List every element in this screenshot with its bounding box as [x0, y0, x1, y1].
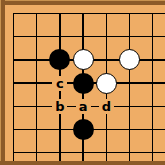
point-label-d: d [99, 99, 114, 114]
white-stone [73, 49, 94, 70]
point-label-b: b [52, 99, 67, 114]
board-frame-left [0, 0, 5, 165]
board-frame-bottom [0, 161, 165, 165]
grid-line-horizontal [13, 36, 165, 38]
board-frame-top [0, 0, 165, 5]
go-diagram: cbad [0, 0, 165, 165]
black-stone [73, 73, 94, 94]
point-label-a: a [76, 99, 91, 114]
grid-line-horizontal [13, 152, 165, 154]
point-label-c: c [52, 76, 67, 91]
grid-line-horizontal [13, 13, 165, 15]
white-stone [96, 73, 117, 94]
black-stone [73, 119, 94, 140]
